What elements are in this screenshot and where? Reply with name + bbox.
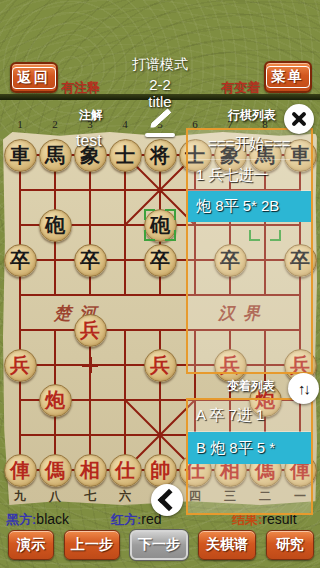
move-list-item[interactable]: ===开始=== xyxy=(188,130,311,160)
page-title: title xyxy=(0,93,320,110)
back-button-label: 返回 xyxy=(12,67,56,89)
move-list-item[interactable]: 炮 8平 5* 2B xyxy=(188,191,311,222)
red-file-number: 八 xyxy=(46,488,64,505)
piece-red-仕[interactable]: 仕 xyxy=(109,454,142,487)
black-file-number: 1 xyxy=(13,118,27,130)
footer-button-关棋谱[interactable]: 关棋谱 xyxy=(198,530,256,560)
variation-list-label: 变着列表 xyxy=(227,378,275,395)
footer-button-研究[interactable]: 研究 xyxy=(266,530,314,560)
move-list-item[interactable]: 1 兵七进一 xyxy=(188,160,311,191)
piece-red-相[interactable]: 相 xyxy=(74,454,107,487)
black-file-number: 4 xyxy=(118,118,132,130)
piece-red-俥[interactable]: 俥 xyxy=(4,454,37,487)
variation-list-panel: A 卒 7进 1B 炮 8平 5 * xyxy=(186,398,313,515)
red-side-cn: 红方 xyxy=(111,512,137,527)
piece-black-砲[interactable]: 砲 xyxy=(39,209,72,242)
piece-black-馬[interactable]: 馬 xyxy=(39,139,72,172)
footer-button-演示[interactable]: 演示 xyxy=(8,530,54,560)
piece-red-傌[interactable]: 傌 xyxy=(39,454,72,487)
footer-buttons: 演示上一步下一步关棋谱研究 xyxy=(8,530,314,560)
menu-button-label: 菜单 xyxy=(266,66,310,88)
annotation-text: test xyxy=(76,132,102,150)
swap-arrows-icon[interactable]: ↑↓ xyxy=(288,373,319,404)
back-button[interactable]: 返回 xyxy=(10,62,58,93)
black-side-label: 黑方:black xyxy=(6,511,69,529)
red-file-number: 六 xyxy=(116,488,134,505)
piece-red-兵[interactable]: 兵 xyxy=(4,349,37,382)
piece-red-帥[interactable]: 帥 xyxy=(144,454,177,487)
piece-red-炮[interactable]: 炮 xyxy=(39,384,72,417)
piece-black-卒[interactable]: 卒 xyxy=(74,244,107,277)
black-side-en: black xyxy=(36,511,69,527)
variation-item[interactable]: A 卒 7进 1 xyxy=(188,400,311,432)
red-file-number: 七 xyxy=(81,488,99,505)
variation-item[interactable]: B 炮 8平 5 * xyxy=(188,432,311,464)
black-file-number: 2 xyxy=(48,118,62,130)
black-side-cn: 黑方 xyxy=(6,512,32,527)
piece-red-兵[interactable]: 兵 xyxy=(74,314,107,347)
red-file-number: 九 xyxy=(11,488,29,505)
collapse-chevron-icon[interactable] xyxy=(151,484,183,516)
move-list-panel: ===开始===1 兵七进一炮 8平 5* 2B xyxy=(186,128,313,374)
red-side-label: 红方:red xyxy=(111,511,162,529)
piece-black-士[interactable]: 士 xyxy=(109,139,142,172)
piece-red-兵[interactable]: 兵 xyxy=(144,349,177,382)
piece-black-卒[interactable]: 卒 xyxy=(4,244,37,277)
menu-button[interactable]: 菜单 xyxy=(264,61,312,93)
footer-button-上一步[interactable]: 上一步 xyxy=(64,530,120,560)
piece-black-将[interactable]: 将 xyxy=(144,139,177,172)
xiangqi-app: 打谱模式 2-2 返回 菜单 有注释 有变着 title 楚河 汉界 12345… xyxy=(0,0,320,568)
vacated-point-marker xyxy=(82,357,98,373)
piece-black-車[interactable]: 車 xyxy=(4,139,37,172)
footer-button-下一步[interactable]: 下一步 xyxy=(130,530,188,560)
piece-black-卒[interactable]: 卒 xyxy=(144,244,177,277)
last-move-marker xyxy=(144,209,176,241)
